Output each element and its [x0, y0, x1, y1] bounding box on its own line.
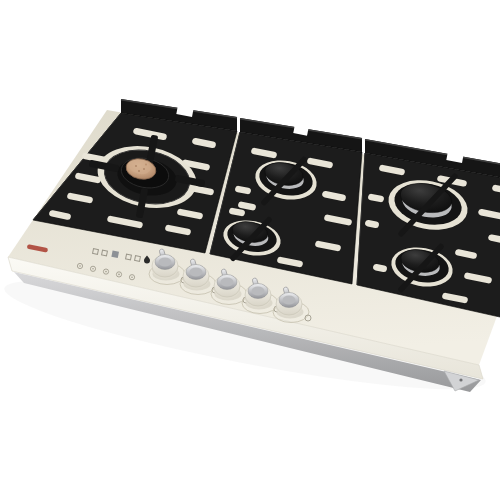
bracket-screw — [459, 378, 462, 381]
gas-hob-illustration — [0, 0, 500, 500]
display-window-icon — [111, 250, 119, 258]
product-photo — [0, 0, 500, 500]
